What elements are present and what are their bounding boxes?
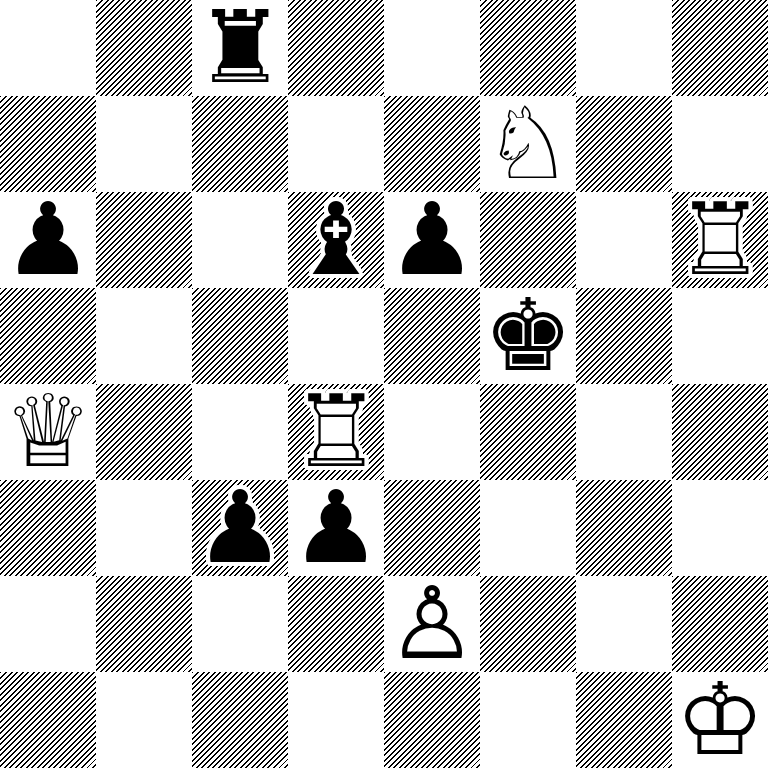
square-c7[interactable] (192, 96, 288, 192)
square-f8[interactable] (480, 0, 576, 96)
knight-outline-icon: ♘ (480, 96, 576, 192)
square-d8[interactable] (288, 0, 384, 96)
black-pawn-a6[interactable]: ♟ (0, 192, 96, 288)
square-b2[interactable] (96, 576, 192, 672)
square-f7[interactable]: ♞♘ (480, 96, 576, 192)
square-b5[interactable] (96, 288, 192, 384)
square-g8[interactable] (576, 0, 672, 96)
square-a7[interactable] (0, 96, 96, 192)
black-pawn-d3[interactable]: ♟ (288, 480, 384, 576)
square-e1[interactable] (384, 672, 480, 768)
square-g2[interactable] (576, 576, 672, 672)
white-rook-h6[interactable]: ♜♖ (672, 192, 768, 288)
pawn-outline-icon: ♙ (384, 576, 480, 672)
chess-board: ♜♞♘♟♝♟♜♖♚♛♕♜♖♟♟♟♙♚♔ (0, 0, 768, 768)
square-f6[interactable] (480, 192, 576, 288)
square-d3[interactable]: ♟ (288, 480, 384, 576)
square-e4[interactable] (384, 384, 480, 480)
square-d4[interactable]: ♜♖ (288, 384, 384, 480)
king-icon: ♚ (480, 288, 576, 384)
square-f3[interactable] (480, 480, 576, 576)
square-g7[interactable] (576, 96, 672, 192)
square-h4[interactable] (672, 384, 768, 480)
square-c4[interactable] (192, 384, 288, 480)
pawn-icon: ♟ (192, 480, 288, 576)
square-b4[interactable] (96, 384, 192, 480)
square-e8[interactable] (384, 0, 480, 96)
black-bishop-d6[interactable]: ♝ (288, 192, 384, 288)
square-b8[interactable] (96, 0, 192, 96)
square-e3[interactable] (384, 480, 480, 576)
square-b6[interactable] (96, 192, 192, 288)
square-f1[interactable] (480, 672, 576, 768)
square-a8[interactable] (0, 0, 96, 96)
square-e5[interactable] (384, 288, 480, 384)
square-a2[interactable] (0, 576, 96, 672)
square-f5[interactable]: ♚ (480, 288, 576, 384)
pawn-icon: ♟ (0, 192, 96, 288)
square-h1[interactable]: ♚♔ (672, 672, 768, 768)
white-pawn-e2[interactable]: ♟♙ (384, 576, 480, 672)
black-king-f5[interactable]: ♚ (480, 288, 576, 384)
black-rook-c8[interactable]: ♜ (192, 0, 288, 96)
square-c5[interactable] (192, 288, 288, 384)
rook-outline-icon: ♖ (672, 192, 768, 288)
square-h8[interactable] (672, 0, 768, 96)
white-rook-d4[interactable]: ♜♖ (288, 384, 384, 480)
square-b7[interactable] (96, 96, 192, 192)
square-g6[interactable] (576, 192, 672, 288)
square-e2[interactable]: ♟♙ (384, 576, 480, 672)
square-c1[interactable] (192, 672, 288, 768)
square-b3[interactable] (96, 480, 192, 576)
white-king-h1[interactable]: ♚♔ (672, 672, 768, 768)
square-a3[interactable] (0, 480, 96, 576)
square-g4[interactable] (576, 384, 672, 480)
white-knight-f7[interactable]: ♞♘ (480, 96, 576, 192)
pawn-icon: ♟ (288, 480, 384, 576)
square-b1[interactable] (96, 672, 192, 768)
white-queen-a4[interactable]: ♛♕ (0, 384, 96, 480)
square-g5[interactable] (576, 288, 672, 384)
square-g1[interactable] (576, 672, 672, 768)
square-c3[interactable]: ♟ (192, 480, 288, 576)
square-h7[interactable] (672, 96, 768, 192)
square-d2[interactable] (288, 576, 384, 672)
square-d1[interactable] (288, 672, 384, 768)
black-pawn-e6[interactable]: ♟ (384, 192, 480, 288)
pawn-icon: ♟ (384, 192, 480, 288)
square-h2[interactable] (672, 576, 768, 672)
square-h5[interactable] (672, 288, 768, 384)
square-f2[interactable] (480, 576, 576, 672)
square-a1[interactable] (0, 672, 96, 768)
square-d5[interactable] (288, 288, 384, 384)
square-e7[interactable] (384, 96, 480, 192)
square-f4[interactable] (480, 384, 576, 480)
square-e6[interactable]: ♟ (384, 192, 480, 288)
square-c8[interactable]: ♜ (192, 0, 288, 96)
king-outline-icon: ♔ (672, 672, 768, 768)
square-h6[interactable]: ♜♖ (672, 192, 768, 288)
square-a5[interactable] (0, 288, 96, 384)
bishop-icon: ♝ (288, 192, 384, 288)
square-a4[interactable]: ♛♕ (0, 384, 96, 480)
square-h3[interactable] (672, 480, 768, 576)
square-g3[interactable] (576, 480, 672, 576)
queen-outline-icon: ♕ (0, 384, 96, 480)
rook-icon: ♜ (192, 0, 288, 96)
square-d7[interactable] (288, 96, 384, 192)
rook-outline-icon: ♖ (288, 384, 384, 480)
square-c2[interactable] (192, 576, 288, 672)
black-pawn-c3[interactable]: ♟ (192, 480, 288, 576)
square-d6[interactable]: ♝ (288, 192, 384, 288)
square-c6[interactable] (192, 192, 288, 288)
square-a6[interactable]: ♟ (0, 192, 96, 288)
